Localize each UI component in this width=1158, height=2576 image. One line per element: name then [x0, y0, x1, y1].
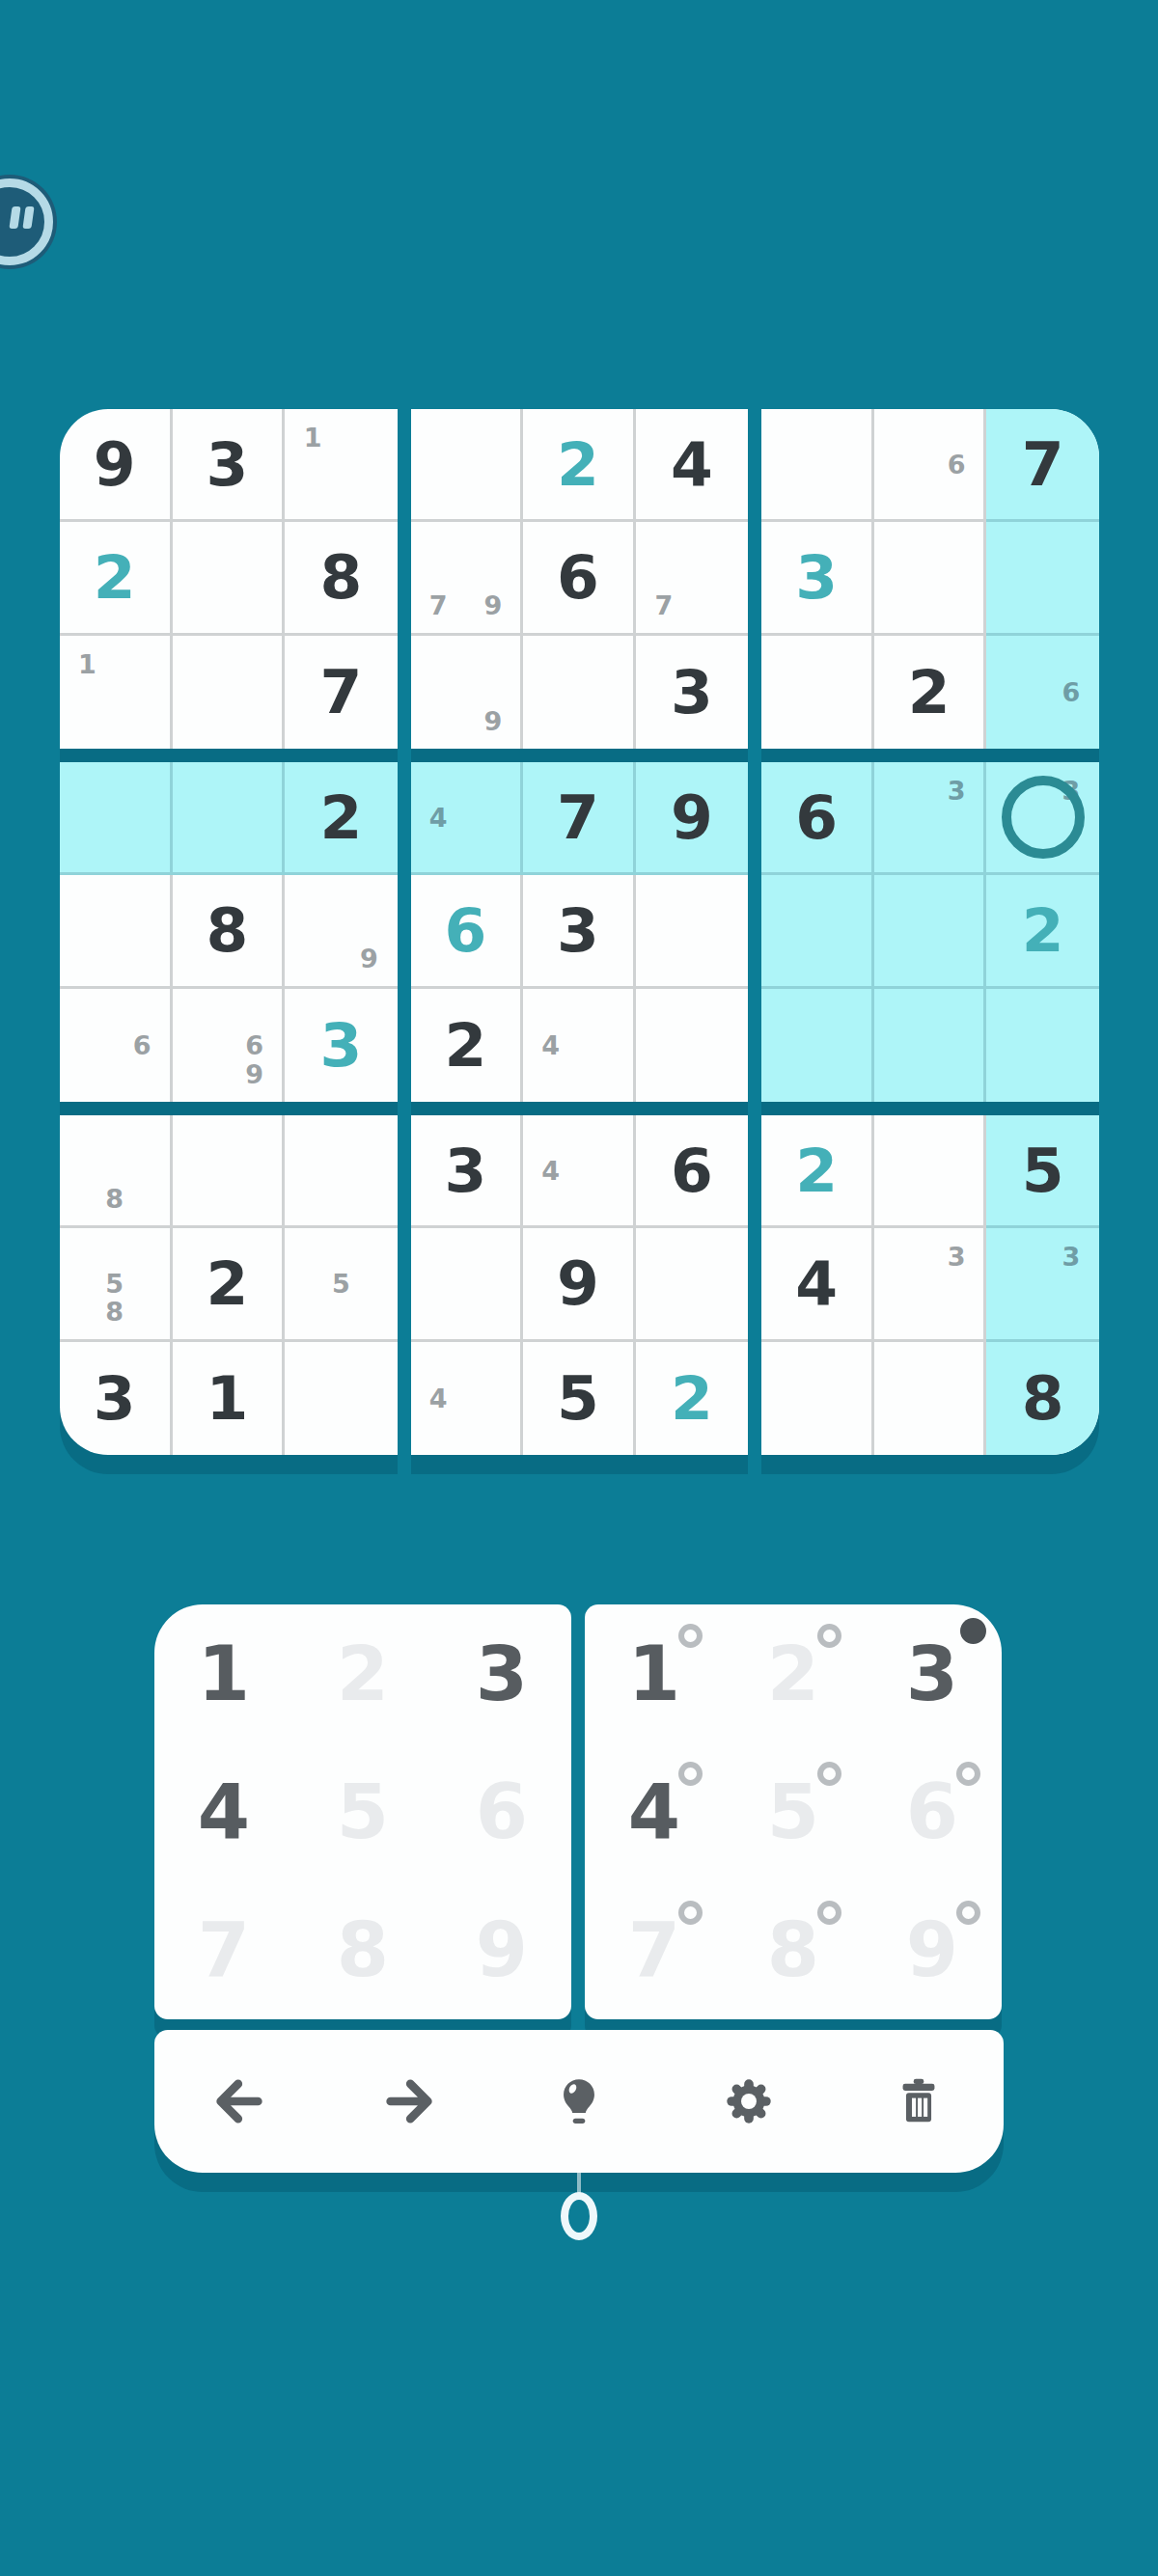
board-box: 3469452 [411, 1115, 749, 1455]
entry-pad-digit-3[interactable]: 3 [432, 1604, 571, 1742]
lightbulb-icon [551, 2073, 607, 2129]
board-box: 9312817 [60, 409, 398, 749]
note-marker-circle-icon [678, 1624, 703, 1648]
cell-r6c3[interactable]: 3 [285, 989, 398, 1102]
note-marker-circle-icon [678, 1762, 703, 1786]
cell-r5c6[interactable] [636, 875, 749, 988]
cell-r3c7[interactable] [761, 636, 874, 749]
pencil-note-1: 1 [78, 650, 96, 676]
hint-button[interactable] [494, 2030, 664, 2173]
pad-digit-label: 5 [337, 1774, 389, 1850]
notes-pad-digit-6[interactable]: 6 [863, 1742, 1002, 1880]
entry-pad-digit-8[interactable]: 8 [293, 1881, 432, 2019]
given-digit: 6 [557, 547, 599, 608]
given-digit: 8 [206, 900, 248, 961]
cell-r4c9[interactable]: 3 [986, 762, 1099, 875]
cell-r2c1[interactable]: 2 [60, 522, 173, 635]
pad-drag-handle[interactable] [561, 2192, 597, 2240]
pencil-note-7: 7 [429, 592, 448, 618]
given-digit: 4 [795, 1253, 838, 1314]
cell-r3c5[interactable] [523, 636, 636, 749]
cell-r6c7[interactable] [761, 989, 874, 1102]
note-marker-circle-icon [956, 1762, 980, 1786]
cell-r8c2[interactable]: 2 [173, 1228, 286, 1341]
cell-r9c8[interactable] [874, 1342, 987, 1455]
cell-r2c2[interactable] [173, 522, 286, 635]
given-digit: 2 [206, 1253, 248, 1314]
entry-pad-digit-6[interactable]: 6 [432, 1742, 571, 1880]
cell-r4c7[interactable]: 6 [761, 762, 874, 875]
given-digit: 2 [319, 787, 362, 848]
entry-pad-digit-5[interactable]: 5 [293, 1742, 432, 1880]
given-digit: 8 [1022, 1368, 1064, 1429]
board-box: 2896693 [60, 762, 398, 1102]
cell-r4c5[interactable]: 7 [523, 762, 636, 875]
pad-digit-label: 6 [906, 1774, 958, 1850]
cell-r9c7[interactable] [761, 1342, 874, 1455]
gear-icon [721, 2073, 777, 2129]
cell-r4c6[interactable]: 9 [636, 762, 749, 875]
given-digit: 3 [206, 434, 248, 495]
cell-r4c8[interactable]: 3 [874, 762, 987, 875]
cell-r8c1[interactable]: 58 [60, 1228, 173, 1341]
sudoku-app-screen: 9312817247967936732628966934796324633285… [0, 0, 1158, 2576]
board-box: 254338 [761, 1115, 1099, 1455]
cell-r7c2[interactable] [173, 1115, 286, 1228]
notes-pad-digit-5[interactable]: 5 [724, 1742, 863, 1880]
cell-r6c9[interactable] [986, 989, 1099, 1102]
board-box: 24796793 [411, 409, 749, 749]
given-digit: 7 [557, 787, 599, 848]
cell-r8c8[interactable]: 3 [874, 1228, 987, 1341]
given-digit: 2 [445, 1015, 487, 1076]
cell-r1c5[interactable]: 2 [523, 409, 636, 522]
pad-digit-label: 3 [906, 1636, 958, 1712]
cell-r7c4[interactable]: 3 [411, 1115, 524, 1228]
user-digit: 3 [319, 1015, 362, 1076]
cell-r4c1[interactable] [60, 762, 173, 875]
pencil-note-9: 9 [245, 1060, 263, 1086]
cell-r4c3[interactable]: 2 [285, 762, 398, 875]
pad-digit-label: 4 [198, 1774, 250, 1850]
cell-r3c2[interactable] [173, 636, 286, 749]
cell-r2c8[interactable] [874, 522, 987, 635]
cell-r5c5[interactable]: 3 [523, 875, 636, 988]
cell-r5c2[interactable]: 8 [173, 875, 286, 988]
pencil-note-9: 9 [483, 707, 502, 733]
given-digit: 6 [795, 787, 838, 848]
note-marker-filled-icon [960, 1618, 986, 1644]
given-digit: 5 [557, 1368, 599, 1429]
entry-pad-digit-9[interactable]: 9 [432, 1881, 571, 2019]
cell-r2c4[interactable]: 79 [411, 522, 524, 635]
user-digit: 3 [795, 547, 838, 608]
pad-digit-label: 7 [198, 1912, 250, 1987]
pencil-note-6: 6 [133, 1032, 152, 1058]
cell-r2c7[interactable]: 3 [761, 522, 874, 635]
entry-pad-digit-1[interactable]: 1 [154, 1604, 293, 1742]
entry-number-pad: 123456789 [154, 1604, 571, 2019]
pencil-note-8: 8 [105, 1299, 124, 1325]
redo-button[interactable] [324, 2030, 494, 2173]
settings-button[interactable] [664, 2030, 834, 2173]
user-digit: 2 [557, 434, 599, 495]
toolbar [154, 2030, 1004, 2173]
cell-r3c8[interactable]: 2 [874, 636, 987, 749]
cell-r9c9[interactable]: 8 [986, 1342, 1099, 1455]
cell-r1c6[interactable]: 4 [636, 409, 749, 522]
pencil-note-4: 4 [541, 1032, 560, 1058]
pad-digit-label: 2 [767, 1636, 819, 1712]
board-box: 67326 [761, 409, 1099, 749]
given-digit: 9 [94, 434, 136, 495]
cell-r9c2[interactable]: 1 [173, 1342, 286, 1455]
pad-digit-label: 5 [767, 1774, 819, 1850]
cell-r2c5[interactable]: 6 [523, 522, 636, 635]
pad-digit-label: 1 [198, 1636, 250, 1712]
cell-r9c4[interactable]: 4 [411, 1342, 524, 1455]
pad-digit-label: 3 [476, 1636, 528, 1712]
cell-r7c3[interactable] [285, 1115, 398, 1228]
trash-icon [891, 2073, 947, 2129]
pause-button[interactable] [0, 178, 53, 265]
cell-r1c9[interactable]: 7 [986, 409, 1099, 522]
pad-digit-label: 9 [476, 1912, 528, 1987]
notes-pad-digit-2[interactable]: 2 [724, 1604, 863, 1742]
cell-r1c1[interactable]: 9 [60, 409, 173, 522]
cell-r1c8[interactable]: 6 [874, 409, 987, 522]
given-digit: 2 [908, 662, 951, 723]
cell-r1c3[interactable]: 1 [285, 409, 398, 522]
user-digit: 2 [1022, 900, 1064, 961]
cell-r5c9[interactable]: 2 [986, 875, 1099, 988]
pause-bar [22, 206, 34, 229]
selected-cell-ring [1002, 776, 1085, 859]
given-digit: 7 [319, 662, 362, 723]
pencil-note-7: 7 [654, 592, 673, 618]
pencil-note-3: 3 [948, 777, 966, 803]
notes-pad-digit-1[interactable]: 1 [585, 1604, 724, 1742]
pad-digit-label: 1 [628, 1636, 680, 1712]
board-box: 6332 [761, 762, 1099, 1102]
pad-digit-label: 4 [628, 1774, 680, 1850]
pad-digit-label: 9 [906, 1912, 958, 1987]
pencil-note-3: 3 [948, 1243, 966, 1269]
cell-r6c2[interactable]: 69 [173, 989, 286, 1102]
pencil-note-4: 4 [429, 805, 448, 831]
cell-r3c1[interactable]: 1 [60, 636, 173, 749]
cell-r7c7[interactable]: 2 [761, 1115, 874, 1228]
cell-r7c8[interactable] [874, 1115, 987, 1228]
cell-r5c4[interactable]: 6 [411, 875, 524, 988]
cell-r1c4[interactable] [411, 409, 524, 522]
cell-r9c1[interactable]: 3 [60, 1342, 173, 1455]
pad-digit-label: 2 [337, 1636, 389, 1712]
cell-r7c9[interactable]: 5 [986, 1115, 1099, 1228]
given-digit: 9 [557, 1253, 599, 1314]
cell-r9c5[interactable]: 5 [523, 1342, 636, 1455]
cell-r1c2[interactable]: 3 [173, 409, 286, 522]
cell-r2c3[interactable]: 8 [285, 522, 398, 635]
arrow-right-icon [381, 2073, 437, 2129]
notes-pad-digit-7[interactable]: 7 [585, 1881, 724, 2019]
cell-r8c6[interactable] [636, 1228, 749, 1341]
cell-r7c6[interactable]: 6 [636, 1115, 749, 1228]
note-marker-circle-icon [817, 1624, 841, 1648]
user-digit: 2 [671, 1368, 713, 1429]
cell-r9c6[interactable]: 2 [636, 1342, 749, 1455]
note-marker-circle-icon [956, 1901, 980, 1925]
given-digit: 4 [671, 434, 713, 495]
pencil-note-6: 6 [948, 452, 966, 478]
note-marker-circle-icon [817, 1762, 841, 1786]
cell-r5c1[interactable] [60, 875, 173, 988]
arrow-left-icon [211, 2073, 267, 2129]
cell-r3c9[interactable]: 6 [986, 636, 1099, 749]
cell-r2c9[interactable] [986, 522, 1099, 635]
cell-r7c1[interactable]: 8 [60, 1115, 173, 1228]
pencil-note-6: 6 [1061, 679, 1080, 705]
pencil-note-4: 4 [541, 1158, 560, 1184]
cell-r5c7[interactable] [761, 875, 874, 988]
given-digit: 9 [671, 787, 713, 848]
cell-r6c5[interactable]: 4 [523, 989, 636, 1102]
cell-r4c4[interactable]: 4 [411, 762, 524, 875]
cell-r8c4[interactable] [411, 1228, 524, 1341]
cell-r1c7[interactable] [761, 409, 874, 522]
given-digit: 3 [445, 1140, 487, 1201]
cell-r2c6[interactable]: 7 [636, 522, 749, 635]
cell-r6c8[interactable] [874, 989, 987, 1102]
cell-r8c5[interactable]: 9 [523, 1228, 636, 1341]
cell-r6c6[interactable] [636, 989, 749, 1102]
user-digit: 2 [94, 547, 136, 608]
cell-r8c9[interactable]: 3 [986, 1228, 1099, 1341]
entry-pad-digit-4[interactable]: 4 [154, 1742, 293, 1880]
cell-r6c1[interactable]: 6 [60, 989, 173, 1102]
given-digit: 1 [206, 1368, 248, 1429]
user-digit: 2 [795, 1140, 838, 1201]
note-marker-circle-icon [817, 1901, 841, 1925]
cell-r8c3[interactable]: 5 [285, 1228, 398, 1341]
pencil-note-5: 5 [105, 1271, 124, 1297]
cell-r5c8[interactable] [874, 875, 987, 988]
pad-digit-label: 8 [337, 1912, 389, 1987]
erase-button[interactable] [834, 2030, 1004, 2173]
notes-pad-digit-9[interactable]: 9 [863, 1881, 1002, 2019]
pencil-note-5: 5 [332, 1271, 350, 1297]
cell-r5c3[interactable]: 9 [285, 875, 398, 988]
user-digit: 6 [445, 900, 487, 961]
pencil-note-8: 8 [105, 1185, 124, 1211]
cell-r3c3[interactable]: 7 [285, 636, 398, 749]
pad-digit-label: 6 [476, 1774, 528, 1850]
cell-r6c4[interactable]: 2 [411, 989, 524, 1102]
cell-r3c6[interactable]: 3 [636, 636, 749, 749]
board-box: 8582531 [60, 1115, 398, 1455]
pencil-note-6: 6 [245, 1032, 263, 1058]
given-digit: 6 [671, 1140, 713, 1201]
notes-pad-digit-3[interactable]: 3 [863, 1604, 1002, 1742]
given-digit: 3 [557, 900, 599, 961]
note-marker-circle-icon [678, 1901, 703, 1925]
cell-r4c2[interactable] [173, 762, 286, 875]
cell-r9c3[interactable] [285, 1342, 398, 1455]
pencil-note-4: 4 [429, 1385, 448, 1411]
cell-r3c4[interactable]: 9 [411, 636, 524, 749]
undo-button[interactable] [154, 2030, 324, 2173]
pencil-note-3: 3 [1061, 1243, 1080, 1269]
sudoku-board: 9312817247967936732628966934796324633285… [60, 409, 1099, 1455]
notes-pad-digit-4[interactable]: 4 [585, 1742, 724, 1880]
entry-pad-digit-7[interactable]: 7 [154, 1881, 293, 2019]
pause-bar [9, 206, 20, 229]
given-digit: 8 [319, 547, 362, 608]
entry-pad-digit-2[interactable]: 2 [293, 1604, 432, 1742]
given-digit: 3 [671, 662, 713, 723]
pad-digit-label: 7 [628, 1912, 680, 1987]
notes-pad-digit-8[interactable]: 8 [724, 1881, 863, 2019]
board-box: 4796324 [411, 762, 749, 1102]
given-digit: 7 [1022, 434, 1064, 495]
pencil-note-1: 1 [304, 424, 322, 450]
notes-number-pad: 123456789 [585, 1604, 1002, 2019]
given-digit: 5 [1022, 1140, 1064, 1201]
pencil-note-9: 9 [483, 592, 502, 618]
cell-r8c7[interactable]: 4 [761, 1228, 874, 1341]
pad-digit-label: 8 [767, 1912, 819, 1987]
cell-r7c5[interactable]: 4 [523, 1115, 636, 1228]
pencil-note-9: 9 [360, 945, 378, 972]
given-digit: 3 [94, 1368, 136, 1429]
